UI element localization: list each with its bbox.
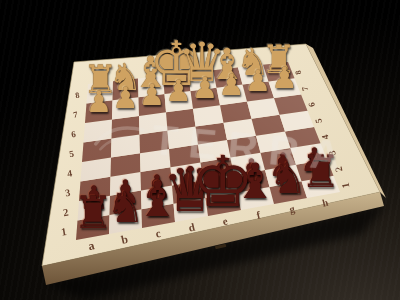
chess-set-photo: abcdefgh1122334455667788 ♜♞♝♚♛♝♞♜♟♟♟♟♟♟♟… [0,0,400,300]
chess-board: abcdefgh1122334455667788 [0,0,400,300]
